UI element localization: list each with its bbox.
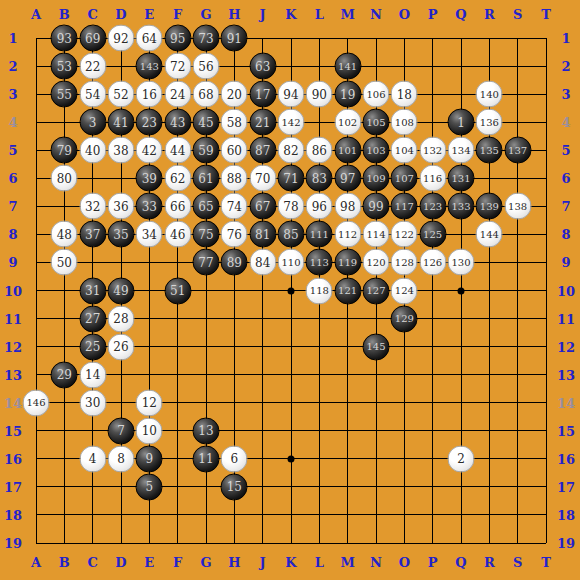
grid-vline-S [517,38,518,543]
stone-black-141: 141 [334,53,361,80]
row-label-right-7: 7 [561,199,570,214]
stone-black-75: 75 [193,221,220,248]
stone-white-16: 16 [136,81,163,108]
stone-white-78: 78 [278,193,305,220]
row-label-right-6: 6 [561,171,570,186]
stone-black-61: 61 [193,165,220,192]
star-point-Q10 [458,287,465,294]
stone-black-139: 139 [476,193,503,220]
stone-black-129: 129 [391,305,418,332]
stone-white-4: 4 [79,445,106,472]
stone-black-93: 93 [51,25,78,52]
stone-white-58: 58 [221,109,248,136]
stone-black-127: 127 [363,277,390,304]
col-label-top-A: A [31,7,41,22]
stone-black-29: 29 [51,361,78,388]
stone-white-38: 38 [108,137,135,164]
col-label-bottom-N: N [370,555,382,570]
col-label-bottom-K: K [285,555,296,570]
grid-hline-14 [36,402,546,403]
col-label-top-H: H [228,7,240,22]
stone-white-44: 44 [164,137,191,164]
stone-white-96: 96 [306,193,333,220]
stone-black-51: 51 [164,277,191,304]
star-point-K16 [288,455,295,462]
stone-black-13: 13 [193,417,220,444]
stone-black-33: 33 [136,193,163,220]
stone-white-18: 18 [391,81,418,108]
stone-black-9: 9 [136,445,163,472]
stone-white-88: 88 [221,165,248,192]
col-label-bottom-F: F [173,555,182,570]
stone-black-25: 25 [79,333,106,360]
col-label-top-G: G [200,7,211,22]
col-label-bottom-B: B [59,555,70,570]
go-board-app: AABBCCDDEEFFGGHHJJKKLLMMNNOOPPQQRRSSTT11… [0,0,580,580]
stone-black-81: 81 [249,221,276,248]
stone-black-73: 73 [193,25,220,52]
row-label-right-19: 19 [557,536,575,551]
stone-white-20: 20 [221,81,248,108]
col-label-bottom-P: P [428,555,438,570]
stone-black-35: 35 [108,221,135,248]
stone-white-92: 92 [108,25,135,52]
stone-black-43: 43 [164,109,191,136]
stone-black-65: 65 [193,193,220,220]
stone-white-52: 52 [108,81,135,108]
stone-black-19: 19 [334,81,361,108]
stone-black-1: 1 [448,109,475,136]
row-label-right-1: 1 [561,31,570,46]
stone-black-95: 95 [164,25,191,52]
stone-white-2: 2 [448,445,475,472]
col-label-bottom-A: A [31,555,41,570]
stone-black-69: 69 [79,25,106,52]
col-label-top-D: D [115,7,126,22]
col-label-top-O: O [399,7,410,22]
stone-black-91: 91 [221,25,248,52]
stone-white-24: 24 [164,81,191,108]
stone-black-67: 67 [249,193,276,220]
stone-black-145: 145 [363,333,390,360]
row-label-right-9: 9 [561,255,570,270]
row-label-left-10: 10 [4,283,22,298]
stone-black-101: 101 [334,137,361,164]
stone-black-97: 97 [334,165,361,192]
stone-white-60: 60 [221,137,248,164]
row-label-right-16: 16 [557,451,575,466]
grid-vline-P [432,38,433,543]
stone-white-56: 56 [193,53,220,80]
grid-hline-17 [36,486,546,487]
stone-black-79: 79 [51,137,78,164]
row-label-right-4: 4 [561,115,570,130]
stone-white-36: 36 [108,193,135,220]
stone-black-17: 17 [249,81,276,108]
stone-white-64: 64 [136,25,163,52]
row-label-right-12: 12 [557,339,575,354]
col-label-top-S: S [513,7,522,22]
row-label-left-13: 13 [4,367,22,382]
col-label-top-L: L [315,7,324,22]
row-label-right-18: 18 [557,507,575,522]
col-label-top-R: R [484,7,495,22]
col-label-top-J: J [260,7,266,22]
col-label-top-N: N [370,7,382,22]
stone-black-137: 137 [504,137,531,164]
stone-black-21: 21 [249,109,276,136]
stone-black-5: 5 [136,473,163,500]
stone-white-74: 74 [221,193,248,220]
stone-black-107: 107 [391,165,418,192]
row-label-right-5: 5 [561,143,570,158]
stone-black-131: 131 [448,165,475,192]
stone-black-15: 15 [221,473,248,500]
col-label-top-C: C [87,7,97,22]
stone-white-50: 50 [51,249,78,276]
stone-black-121: 121 [334,277,361,304]
stone-white-90: 90 [306,81,333,108]
stone-white-48: 48 [51,221,78,248]
stone-white-132: 132 [419,137,446,164]
row-label-left-12: 12 [4,339,22,354]
stone-white-14: 14 [79,361,106,388]
stone-white-86: 86 [306,137,333,164]
stone-black-39: 39 [136,165,163,192]
star-point-K10 [288,287,295,294]
stone-white-70: 70 [249,165,276,192]
row-label-right-13: 13 [557,367,575,382]
col-label-bottom-O: O [399,555,410,570]
row-label-left-11: 11 [4,311,22,326]
stone-white-116: 116 [419,165,446,192]
col-label-bottom-M: M [340,555,354,570]
row-label-right-10: 10 [557,283,575,298]
stone-black-85: 85 [278,221,305,248]
stone-black-135: 135 [476,137,503,164]
stone-white-10: 10 [136,417,163,444]
stone-white-80: 80 [51,165,78,192]
stone-white-146: 146 [23,389,50,416]
stone-black-77: 77 [193,249,220,276]
stone-white-126: 126 [419,249,446,276]
stone-white-128: 128 [391,249,418,276]
row-label-left-8: 8 [8,227,17,242]
col-label-bottom-Q: Q [455,555,466,570]
grid-vline-T [546,38,547,543]
stone-black-53: 53 [51,53,78,80]
col-label-bottom-H: H [228,555,240,570]
stone-white-84: 84 [249,249,276,276]
stone-black-49: 49 [108,277,135,304]
stone-black-109: 109 [363,165,390,192]
row-label-left-14: 14 [4,395,22,410]
stone-white-94: 94 [278,81,305,108]
stone-black-103: 103 [363,137,390,164]
stone-white-134: 134 [448,137,475,164]
stone-white-40: 40 [79,137,106,164]
col-label-top-K: K [285,7,296,22]
stone-white-144: 144 [476,221,503,248]
stone-white-72: 72 [164,53,191,80]
row-label-right-14: 14 [557,395,575,410]
stone-black-123: 123 [419,193,446,220]
stone-white-102: 102 [334,109,361,136]
stone-black-71: 71 [278,165,305,192]
stone-black-11: 11 [193,445,220,472]
stone-white-54: 54 [79,81,106,108]
stone-black-113: 113 [306,249,333,276]
col-label-top-E: E [144,7,154,22]
stone-white-66: 66 [164,193,191,220]
stone-black-87: 87 [249,137,276,164]
row-label-left-4: 4 [8,115,17,130]
stone-white-130: 130 [448,249,475,276]
col-label-bottom-J: J [260,555,266,570]
row-label-right-3: 3 [561,87,570,102]
grid-hline-13 [36,374,546,375]
stone-white-122: 122 [391,221,418,248]
row-label-right-8: 8 [561,227,570,242]
row-label-left-5: 5 [8,143,17,158]
stone-white-26: 26 [108,333,135,360]
stone-black-125: 125 [419,221,446,248]
col-label-bottom-D: D [115,555,126,570]
col-label-bottom-S: S [513,555,522,570]
stone-white-104: 104 [391,137,418,164]
col-label-top-Q: Q [455,7,466,22]
stone-black-23: 23 [136,109,163,136]
stone-black-143: 143 [136,53,163,80]
stone-black-119: 119 [334,249,361,276]
stone-white-28: 28 [108,305,135,332]
stone-black-45: 45 [193,109,220,136]
stone-white-68: 68 [193,81,220,108]
row-label-left-19: 19 [4,536,22,551]
stone-white-62: 62 [164,165,191,192]
stone-white-30: 30 [79,389,106,416]
col-label-bottom-T: T [541,555,551,570]
stone-black-133: 133 [448,193,475,220]
stone-black-111: 111 [306,221,333,248]
stone-white-82: 82 [278,137,305,164]
row-label-left-1: 1 [8,31,17,46]
col-label-top-B: B [59,7,70,22]
row-label-left-2: 2 [8,59,17,74]
row-label-right-11: 11 [557,311,575,326]
stone-white-42: 42 [136,137,163,164]
row-label-left-7: 7 [8,199,17,214]
stone-white-34: 34 [136,221,163,248]
col-label-top-P: P [428,7,438,22]
row-label-left-18: 18 [4,507,22,522]
stone-white-136: 136 [476,109,503,136]
stone-black-89: 89 [221,249,248,276]
stone-white-106: 106 [363,81,390,108]
col-label-bottom-C: C [87,555,97,570]
stone-black-27: 27 [79,305,106,332]
stone-white-114: 114 [363,221,390,248]
col-label-bottom-G: G [200,555,211,570]
stone-black-3: 3 [79,109,106,136]
stone-white-124: 124 [391,277,418,304]
row-label-left-16: 16 [4,451,22,466]
stone-white-76: 76 [221,221,248,248]
stone-white-112: 112 [334,221,361,248]
row-label-left-3: 3 [8,87,17,102]
stone-white-142: 142 [278,109,305,136]
row-label-left-15: 15 [4,423,22,438]
col-label-bottom-E: E [144,555,154,570]
stone-black-37: 37 [79,221,106,248]
row-label-right-15: 15 [557,423,575,438]
col-label-bottom-L: L [315,555,324,570]
stone-black-55: 55 [51,81,78,108]
stone-white-110: 110 [278,249,305,276]
col-label-top-F: F [173,7,182,22]
stone-black-41: 41 [108,109,135,136]
stone-white-12: 12 [136,389,163,416]
row-label-right-17: 17 [557,479,575,494]
stone-black-63: 63 [249,53,276,80]
stone-white-120: 120 [363,249,390,276]
col-label-top-M: M [340,7,354,22]
grid-hline-19 [36,543,546,544]
col-label-top-T: T [541,7,551,22]
stone-white-140: 140 [476,81,503,108]
stone-white-98: 98 [334,193,361,220]
stone-black-117: 117 [391,193,418,220]
stone-white-108: 108 [391,109,418,136]
col-label-bottom-R: R [484,555,495,570]
stone-white-8: 8 [108,445,135,472]
grid-hline-18 [36,514,546,515]
stone-black-99: 99 [363,193,390,220]
stone-white-32: 32 [79,193,106,220]
stone-white-22: 22 [79,53,106,80]
stone-white-46: 46 [164,221,191,248]
stone-black-31: 31 [79,277,106,304]
row-label-left-9: 9 [8,255,17,270]
stone-black-7: 7 [108,417,135,444]
stone-white-118: 118 [306,277,333,304]
stone-white-138: 138 [504,193,531,220]
stone-black-59: 59 [193,137,220,164]
stone-white-6: 6 [221,445,248,472]
row-label-right-2: 2 [561,59,570,74]
stone-black-105: 105 [363,109,390,136]
stone-black-83: 83 [306,165,333,192]
row-label-left-17: 17 [4,479,22,494]
row-label-left-6: 6 [8,171,17,186]
